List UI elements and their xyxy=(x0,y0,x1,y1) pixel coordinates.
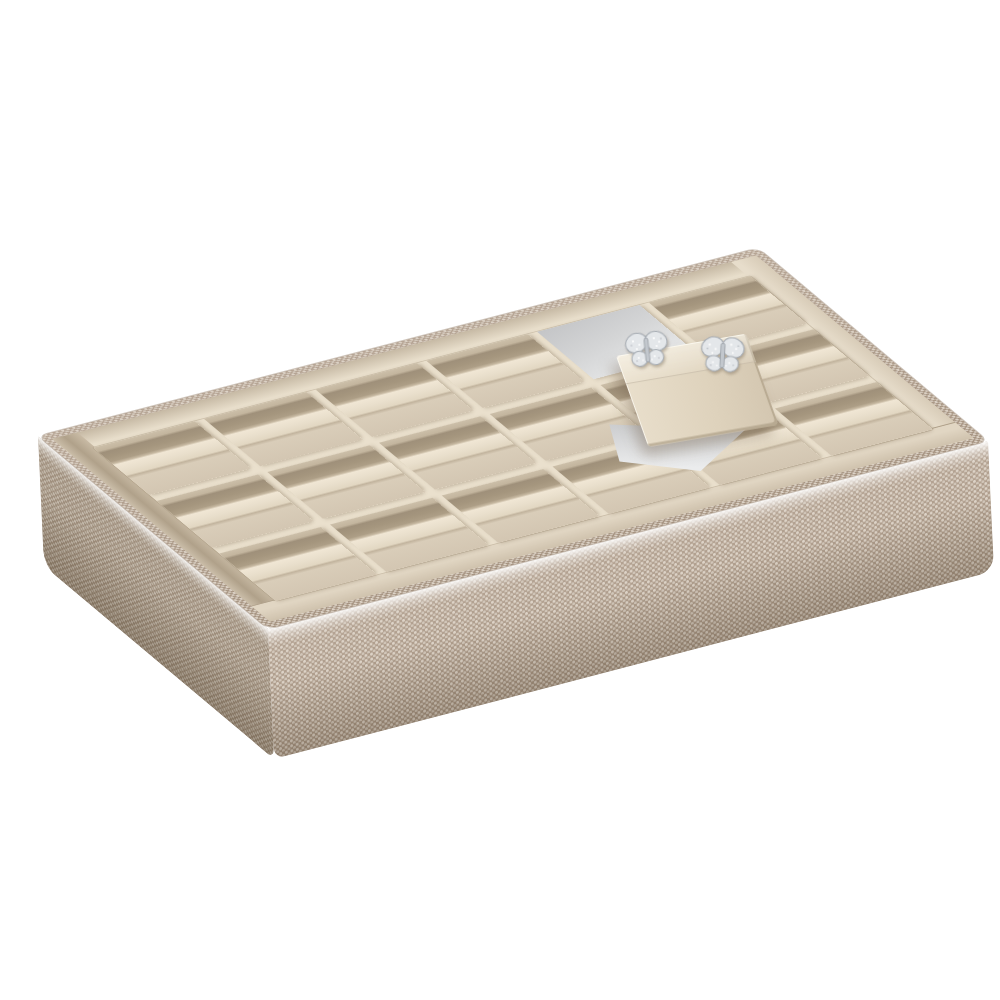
product-photo xyxy=(0,0,1000,1000)
butterfly-earring-right xyxy=(698,333,747,378)
butterfly-earring-icon xyxy=(698,333,747,378)
butterfly-earring-left xyxy=(622,327,672,374)
butterfly-earring-icon xyxy=(622,327,672,374)
